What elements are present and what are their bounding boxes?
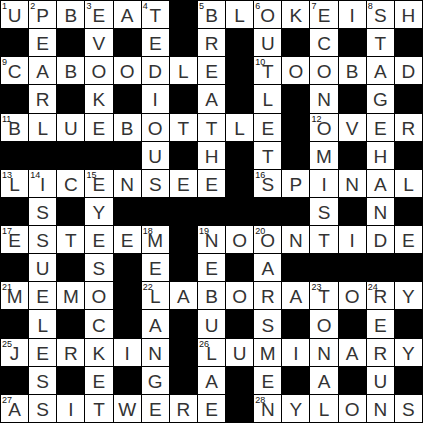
- crossword-cell-r15c8[interactable]: E: [198, 395, 225, 422]
- crossword-cell-r15c2[interactable]: S: [29, 395, 56, 422]
- cell-letter: T: [254, 145, 281, 169]
- crossword-cell-r13c2[interactable]: E: [29, 339, 56, 366]
- crossword-cell-r4c8[interactable]: A: [198, 85, 225, 112]
- crossword-cell-r11c15[interactable]: Y: [395, 282, 422, 309]
- black-cell: [339, 29, 366, 56]
- crossword-cell-r4c2[interactable]: R: [29, 85, 56, 112]
- cell-letter: L: [395, 173, 422, 197]
- black-cell: [226, 85, 253, 112]
- cell-letter: Y: [85, 201, 112, 225]
- crossword-cell-r6c8[interactable]: H: [198, 142, 225, 169]
- crossword-cell-r14c8[interactable]: A: [198, 367, 225, 394]
- crossword-cell-r10c6[interactable]: E: [142, 254, 169, 281]
- crossword-cell-r6c12[interactable]: M: [310, 142, 337, 169]
- black-cell: [226, 142, 253, 169]
- crossword-cell-r5c2[interactable]: L: [29, 114, 56, 141]
- cell-letter: S: [29, 370, 56, 394]
- crossword-cell-r10c10[interactable]: A: [254, 254, 281, 281]
- black-cell: [226, 29, 253, 56]
- black-cell: [339, 142, 366, 169]
- crossword-cell-r2c14[interactable]: T: [367, 29, 394, 56]
- black-cell: [282, 85, 309, 112]
- cell-letter: A: [310, 370, 337, 394]
- crossword-cell-r9c10[interactable]: 20O: [254, 226, 281, 253]
- cell-letter: R: [367, 342, 394, 366]
- crossword-cell-r9c12[interactable]: T: [310, 226, 337, 253]
- crossword-cell-r5c15[interactable]: R: [395, 114, 422, 141]
- black-cell: [1, 310, 28, 337]
- crossword-cell-r5c1[interactable]: 11B: [1, 114, 28, 141]
- cell-letter: G: [367, 88, 394, 112]
- crossword-cell-r13c13[interactable]: A: [339, 339, 366, 366]
- cell-letter: B: [198, 285, 225, 309]
- crossword-cell-r8c14[interactable]: N: [367, 198, 394, 225]
- black-cell: [339, 254, 366, 281]
- crossword-cell-r14c14[interactable]: U: [367, 367, 394, 394]
- cell-letter: L: [226, 4, 253, 28]
- crossword-cell-r1c4[interactable]: 3E: [85, 1, 112, 28]
- crossword-cell-r15c13[interactable]: O: [339, 395, 366, 422]
- crossword-cell-r1c5[interactable]: A: [114, 1, 141, 28]
- crossword-cell-r3c4[interactable]: O: [85, 57, 112, 84]
- crossword-cell-r14c2[interactable]: S: [29, 367, 56, 394]
- cell-letter: S: [254, 173, 281, 197]
- black-cell: [1, 142, 28, 169]
- cell-letter: P: [282, 173, 309, 197]
- crossword-cell-r7c13[interactable]: N: [339, 170, 366, 197]
- crossword-cell-r2c6[interactable]: E: [142, 29, 169, 56]
- crossword-cell-r4c6[interactable]: I: [142, 85, 169, 112]
- cell-letter: N: [142, 342, 169, 366]
- cell-letter: E: [198, 173, 225, 197]
- cell-letter: O: [142, 117, 169, 141]
- cell-letter: I: [57, 398, 84, 422]
- crossword-cell-r13c4[interactable]: K: [85, 339, 112, 366]
- crossword-cell-r5c8[interactable]: T: [198, 114, 225, 141]
- black-cell: [170, 29, 197, 56]
- crossword-cell-r12c14[interactable]: E: [367, 310, 394, 337]
- cell-letter: M: [57, 285, 84, 309]
- cell-letter: U: [1, 4, 28, 28]
- crossword-cell-r13c11[interactable]: I: [282, 339, 309, 366]
- crossword-cell-r1c14[interactable]: 8S: [367, 1, 394, 28]
- cell-letter: S: [142, 173, 169, 197]
- cell-letter: A: [367, 173, 394, 197]
- crossword-cell-r11c3[interactable]: M: [57, 282, 84, 309]
- black-cell: [254, 198, 281, 225]
- crossword-cell-r14c4[interactable]: E: [85, 367, 112, 394]
- crossword-cell-r13c3[interactable]: R: [57, 339, 84, 366]
- crossword-cell-r9c5[interactable]: E: [114, 226, 141, 253]
- black-cell: [226, 170, 253, 197]
- crossword-cell-r9c14[interactable]: D: [367, 226, 394, 253]
- cell-letter: B: [114, 117, 141, 141]
- crossword-cell-r9c13[interactable]: I: [339, 226, 366, 253]
- cell-letter: E: [142, 257, 169, 281]
- cell-letter: K: [282, 4, 309, 28]
- cell-letter: B: [57, 60, 84, 84]
- crossword-cell-r1c2[interactable]: 2P: [29, 1, 56, 28]
- cell-letter: M: [254, 342, 281, 366]
- crossword-cell-r6c14[interactable]: H: [367, 142, 394, 169]
- cell-letter: R: [170, 398, 197, 422]
- cell-letter: D: [395, 60, 422, 84]
- black-cell: [1, 198, 28, 225]
- black-cell: [282, 29, 309, 56]
- crossword-cell-r7c15[interactable]: L: [395, 170, 422, 197]
- crossword-cell-r3c14[interactable]: A: [367, 57, 394, 84]
- crossword-cell-r1c9[interactable]: L: [226, 1, 253, 28]
- crossword-cell-r10c2[interactable]: U: [29, 254, 56, 281]
- cell-letter: G: [142, 370, 169, 394]
- crossword-cell-r9c15[interactable]: E: [395, 226, 422, 253]
- black-cell: [1, 29, 28, 56]
- crossword-cell-r13c14[interactable]: R: [367, 339, 394, 366]
- cell-letter: E: [254, 370, 281, 394]
- crossword-cell-r5c9[interactable]: L: [226, 114, 253, 141]
- cell-letter: U: [367, 370, 394, 394]
- crossword-cell-r13c6[interactable]: N: [142, 339, 169, 366]
- crossword-cell-r13c1[interactable]: 25J: [1, 339, 28, 366]
- crossword-cell-r12c2[interactable]: L: [29, 310, 56, 337]
- cell-letter: E: [310, 4, 337, 28]
- crossword-cell-r15c5[interactable]: W: [114, 395, 141, 422]
- black-cell: [339, 198, 366, 225]
- crossword-cell-r9c11[interactable]: N: [282, 226, 309, 253]
- cell-letter: E: [85, 117, 112, 141]
- black-cell: [170, 339, 197, 366]
- cell-letter: U: [226, 342, 253, 366]
- black-cell: [282, 198, 309, 225]
- cell-letter: L: [170, 60, 197, 84]
- crossword-cell-r9c8[interactable]: 19N: [198, 226, 225, 253]
- crossword-cell-r12c4[interactable]: C: [85, 310, 112, 337]
- crossword-cell-r3c6[interactable]: D: [142, 57, 169, 84]
- cell-letter: I: [29, 173, 56, 197]
- crossword-cell-r3c12[interactable]: O: [310, 57, 337, 84]
- cell-letter: L: [29, 313, 56, 337]
- crossword-cell-r13c8[interactable]: 26L: [198, 339, 225, 366]
- cell-letter: E: [114, 229, 141, 253]
- cell-letter: E: [198, 398, 225, 422]
- crossword-cell-r15c12[interactable]: L: [310, 395, 337, 422]
- crossword-cell-r14c6[interactable]: G: [142, 367, 169, 394]
- crossword-cell-r13c15[interactable]: Y: [395, 339, 422, 366]
- crossword-cell-r1c6[interactable]: 4T: [142, 1, 169, 28]
- crossword-cell-r2c8[interactable]: R: [198, 29, 225, 56]
- crossword-cell-r1c1[interactable]: 1U: [1, 1, 28, 28]
- crossword-cell-r1c15[interactable]: H: [395, 1, 422, 28]
- crossword-cell-r3c15[interactable]: D: [395, 57, 422, 84]
- black-cell: [114, 85, 141, 112]
- black-cell: [57, 198, 84, 225]
- black-cell: [367, 254, 394, 281]
- crossword-cell-r15c1[interactable]: 27A: [1, 395, 28, 422]
- cell-letter: E: [29, 342, 56, 366]
- cell-letter: S: [29, 201, 56, 225]
- crossword-cell-r8c12[interactable]: S: [310, 198, 337, 225]
- cell-letter: K: [85, 342, 112, 366]
- cell-letter: P: [29, 4, 56, 28]
- crossword-cell-r11c13[interactable]: O: [339, 282, 366, 309]
- cell-letter: O: [226, 229, 253, 253]
- cell-letter: B: [57, 4, 84, 28]
- cell-letter: E: [85, 229, 112, 253]
- cell-letter: E: [29, 32, 56, 56]
- cell-letter: I: [310, 173, 337, 197]
- crossword-cell-r9c1[interactable]: 17E: [1, 226, 28, 253]
- black-cell: [395, 142, 422, 169]
- crossword-cell-r3c2[interactable]: A: [29, 57, 56, 84]
- cell-letter: S: [395, 398, 422, 422]
- cell-letter: I: [339, 229, 366, 253]
- black-cell: [57, 29, 84, 56]
- cell-letter: E: [85, 173, 112, 197]
- cell-letter: R: [29, 88, 56, 112]
- crossword-cell-r5c7[interactable]: T: [170, 114, 197, 141]
- black-cell: [170, 1, 197, 28]
- cell-letter: N: [254, 398, 281, 422]
- black-cell: [395, 198, 422, 225]
- crossword-cell-r13c10[interactable]: M: [254, 339, 281, 366]
- cell-letter: H: [395, 4, 422, 28]
- crossword-cell-r9c3[interactable]: T: [57, 226, 84, 253]
- cell-letter: A: [114, 4, 141, 28]
- crossword-cell-r11c7[interactable]: A: [170, 282, 197, 309]
- crossword-cell-r3c5[interactable]: O: [114, 57, 141, 84]
- black-cell: [142, 198, 169, 225]
- crossword-cell-r6c10[interactable]: T: [254, 142, 281, 169]
- crossword-cell-r4c10[interactable]: L: [254, 85, 281, 112]
- crossword-cell-r1c11[interactable]: K: [282, 1, 309, 28]
- crossword-grid: 1U2PB3EA4T5BL6OK7EI8SHEVERUCT9CABOODLE10…: [0, 0, 423, 423]
- black-cell: [170, 85, 197, 112]
- crossword-cell-r2c10[interactable]: U: [254, 29, 281, 56]
- black-cell: [1, 254, 28, 281]
- cell-letter: I: [114, 342, 141, 366]
- cell-letter: N: [310, 342, 337, 366]
- cell-letter: O: [310, 117, 337, 141]
- cell-letter: I: [339, 4, 366, 28]
- crossword-cell-r11c1[interactable]: 21M: [1, 282, 28, 309]
- black-cell: [57, 310, 84, 337]
- crossword-cell-r9c2[interactable]: S: [29, 226, 56, 253]
- crossword-cell-r15c7[interactable]: R: [170, 395, 197, 422]
- cell-letter: L: [226, 117, 253, 141]
- black-cell: [339, 85, 366, 112]
- cell-letter: T: [57, 229, 84, 253]
- cell-letter: U: [57, 117, 84, 141]
- crossword-cell-r7c1[interactable]: 13L: [1, 170, 28, 197]
- crossword-cell-r11c8[interactable]: B: [198, 282, 225, 309]
- crossword-cell-r1c10[interactable]: 6O: [254, 1, 281, 28]
- crossword-cell-r5c4[interactable]: E: [85, 114, 112, 141]
- crossword-cell-r3c1[interactable]: 9C: [1, 57, 28, 84]
- cell-letter: O: [114, 60, 141, 84]
- cell-letter: L: [142, 285, 169, 309]
- crossword-cell-r2c4[interactable]: V: [85, 29, 112, 56]
- crossword-cell-r12c6[interactable]: A: [142, 310, 169, 337]
- cell-letter: N: [114, 173, 141, 197]
- crossword-cell-r12c12[interactable]: O: [310, 310, 337, 337]
- cell-letter: O: [85, 285, 112, 309]
- crossword-cell-r1c8[interactable]: 5B: [198, 1, 225, 28]
- black-cell: [29, 142, 56, 169]
- crossword-cell-r13c9[interactable]: U: [226, 339, 253, 366]
- cell-letter: L: [198, 342, 225, 366]
- black-cell: [114, 367, 141, 394]
- crossword-cell-r15c10[interactable]: 28N: [254, 395, 281, 422]
- crossword-cell-r12c8[interactable]: U: [198, 310, 225, 337]
- crossword-cell-r7c11[interactable]: P: [282, 170, 309, 197]
- crossword-cell-r5c13[interactable]: V: [339, 114, 366, 141]
- cell-letter: U: [254, 32, 281, 56]
- cell-letter: L: [1, 173, 28, 197]
- black-cell: [114, 29, 141, 56]
- crossword-cell-r11c4[interactable]: O: [85, 282, 112, 309]
- cell-letter: T: [367, 32, 394, 56]
- crossword-cell-r8c4[interactable]: Y: [85, 198, 112, 225]
- black-cell: [226, 57, 253, 84]
- black-cell: [226, 310, 253, 337]
- cell-letter: E: [1, 229, 28, 253]
- crossword-cell-r15c4[interactable]: T: [85, 395, 112, 422]
- crossword-cell-r9c6[interactable]: 18M: [142, 226, 169, 253]
- crossword-cell-r11c6[interactable]: 22L: [142, 282, 169, 309]
- crossword-cell-r15c6[interactable]: E: [142, 395, 169, 422]
- black-cell: [170, 254, 197, 281]
- crossword-cell-r7c12[interactable]: I: [310, 170, 337, 197]
- crossword-cell-r11c11[interactable]: A: [282, 282, 309, 309]
- crossword-cell-r7c7[interactable]: E: [170, 170, 197, 197]
- black-cell: [282, 142, 309, 169]
- crossword-cell-r5c3[interactable]: U: [57, 114, 84, 141]
- cell-letter: A: [1, 398, 28, 422]
- cell-letter: R: [367, 285, 394, 309]
- black-cell: [310, 254, 337, 281]
- cell-letter: N: [339, 173, 366, 197]
- crossword-cell-r2c12[interactable]: C: [310, 29, 337, 56]
- crossword-cell-r11c14[interactable]: 24R: [367, 282, 394, 309]
- crossword-cell-r12c10[interactable]: S: [254, 310, 281, 337]
- crossword-cell-r1c3[interactable]: B: [57, 1, 84, 28]
- cell-letter: E: [198, 60, 225, 84]
- crossword-cell-r3c11[interactable]: O: [282, 57, 309, 84]
- cell-letter: M: [310, 145, 337, 169]
- crossword-cell-r15c14[interactable]: N: [367, 395, 394, 422]
- crossword-cell-r14c12[interactable]: A: [310, 367, 337, 394]
- crossword-cell-r1c12[interactable]: 7E: [310, 1, 337, 28]
- cell-letter: O: [339, 398, 366, 422]
- black-cell: [226, 198, 253, 225]
- crossword-cell-r7c6[interactable]: S: [142, 170, 169, 197]
- crossword-cell-r5c10[interactable]: E: [254, 114, 281, 141]
- crossword-cell-r1c13[interactable]: I: [339, 1, 366, 28]
- cell-letter: O: [254, 229, 281, 253]
- cell-letter: E: [367, 117, 394, 141]
- cell-letter: V: [339, 117, 366, 141]
- crossword-cell-r9c9[interactable]: O: [226, 226, 253, 253]
- crossword-cell-r7c10[interactable]: 16S: [254, 170, 281, 197]
- crossword-cell-r7c5[interactable]: N: [114, 170, 141, 197]
- black-cell: [114, 282, 141, 309]
- black-cell: [57, 367, 84, 394]
- cell-letter: R: [57, 342, 84, 366]
- crossword-cell-r3c3[interactable]: B: [57, 57, 84, 84]
- cell-letter: E: [85, 370, 112, 394]
- crossword-cell-r4c14[interactable]: G: [367, 85, 394, 112]
- cell-letter: T: [85, 398, 112, 422]
- black-cell: [114, 310, 141, 337]
- crossword-cell-r3c13[interactable]: B: [339, 57, 366, 84]
- crossword-cell-r7c3[interactable]: C: [57, 170, 84, 197]
- cell-letter: S: [367, 4, 394, 28]
- crossword-cell-r11c12[interactable]: 23T: [310, 282, 337, 309]
- crossword-cell-r10c4[interactable]: S: [85, 254, 112, 281]
- crossword-cell-r3c8[interactable]: E: [198, 57, 225, 84]
- cell-letter: O: [310, 313, 337, 337]
- crossword-cell-r10c8[interactable]: E: [198, 254, 225, 281]
- crossword-cell-r2c2[interactable]: E: [29, 29, 56, 56]
- cell-letter: Y: [395, 342, 422, 366]
- crossword-cell-r14c10[interactable]: E: [254, 367, 281, 394]
- cell-letter: O: [226, 285, 253, 309]
- crossword-cell-r6c6[interactable]: U: [142, 142, 169, 169]
- crossword-cell-r13c12[interactable]: N: [310, 339, 337, 366]
- crossword-cell-r7c14[interactable]: A: [367, 170, 394, 197]
- crossword-cell-r7c4[interactable]: 15E: [85, 170, 112, 197]
- cell-letter: H: [367, 145, 394, 169]
- crossword-cell-r11c10[interactable]: R: [254, 282, 281, 309]
- crossword-cell-r9c4[interactable]: E: [85, 226, 112, 253]
- crossword-cell-r5c12[interactable]: 12O: [310, 114, 337, 141]
- cell-letter: A: [339, 342, 366, 366]
- crossword-cell-r15c15[interactable]: S: [395, 395, 422, 422]
- crossword-cell-r5c5[interactable]: B: [114, 114, 141, 141]
- cell-letter: T: [254, 60, 281, 84]
- cell-letter: E: [85, 4, 112, 28]
- cell-letter: C: [1, 60, 28, 84]
- crossword-cell-r13c5[interactable]: I: [114, 339, 141, 366]
- crossword-cell-r15c3[interactable]: I: [57, 395, 84, 422]
- crossword-cell-r7c2[interactable]: 14I: [29, 170, 56, 197]
- cell-letter: A: [254, 257, 281, 281]
- black-cell: [57, 85, 84, 112]
- cell-letter: E: [142, 398, 169, 422]
- crossword-cell-r5c6[interactable]: O: [142, 114, 169, 141]
- cell-letter: S: [254, 313, 281, 337]
- crossword-cell-r5c14[interactable]: E: [367, 114, 394, 141]
- black-cell: [170, 226, 197, 253]
- cell-letter: R: [198, 32, 225, 56]
- cell-letter: C: [57, 173, 84, 197]
- crossword-cell-r4c12[interactable]: N: [310, 85, 337, 112]
- cell-letter: E: [254, 117, 281, 141]
- crossword-cell-r4c4[interactable]: K: [85, 85, 112, 112]
- crossword-cell-r11c9[interactable]: O: [226, 282, 253, 309]
- cell-letter: S: [29, 229, 56, 253]
- black-cell: [226, 367, 253, 394]
- crossword-cell-r3c7[interactable]: L: [170, 57, 197, 84]
- crossword-cell-r15c11[interactable]: Y: [282, 395, 309, 422]
- cell-letter: Y: [282, 398, 309, 422]
- cell-letter: T: [170, 117, 197, 141]
- crossword-cell-r7c8[interactable]: E: [198, 170, 225, 197]
- crossword-cell-r8c2[interactable]: S: [29, 198, 56, 225]
- crossword-cell-r11c2[interactable]: E: [29, 282, 56, 309]
- crossword-cell-r3c10[interactable]: 10T: [254, 57, 281, 84]
- cell-letter: B: [198, 4, 225, 28]
